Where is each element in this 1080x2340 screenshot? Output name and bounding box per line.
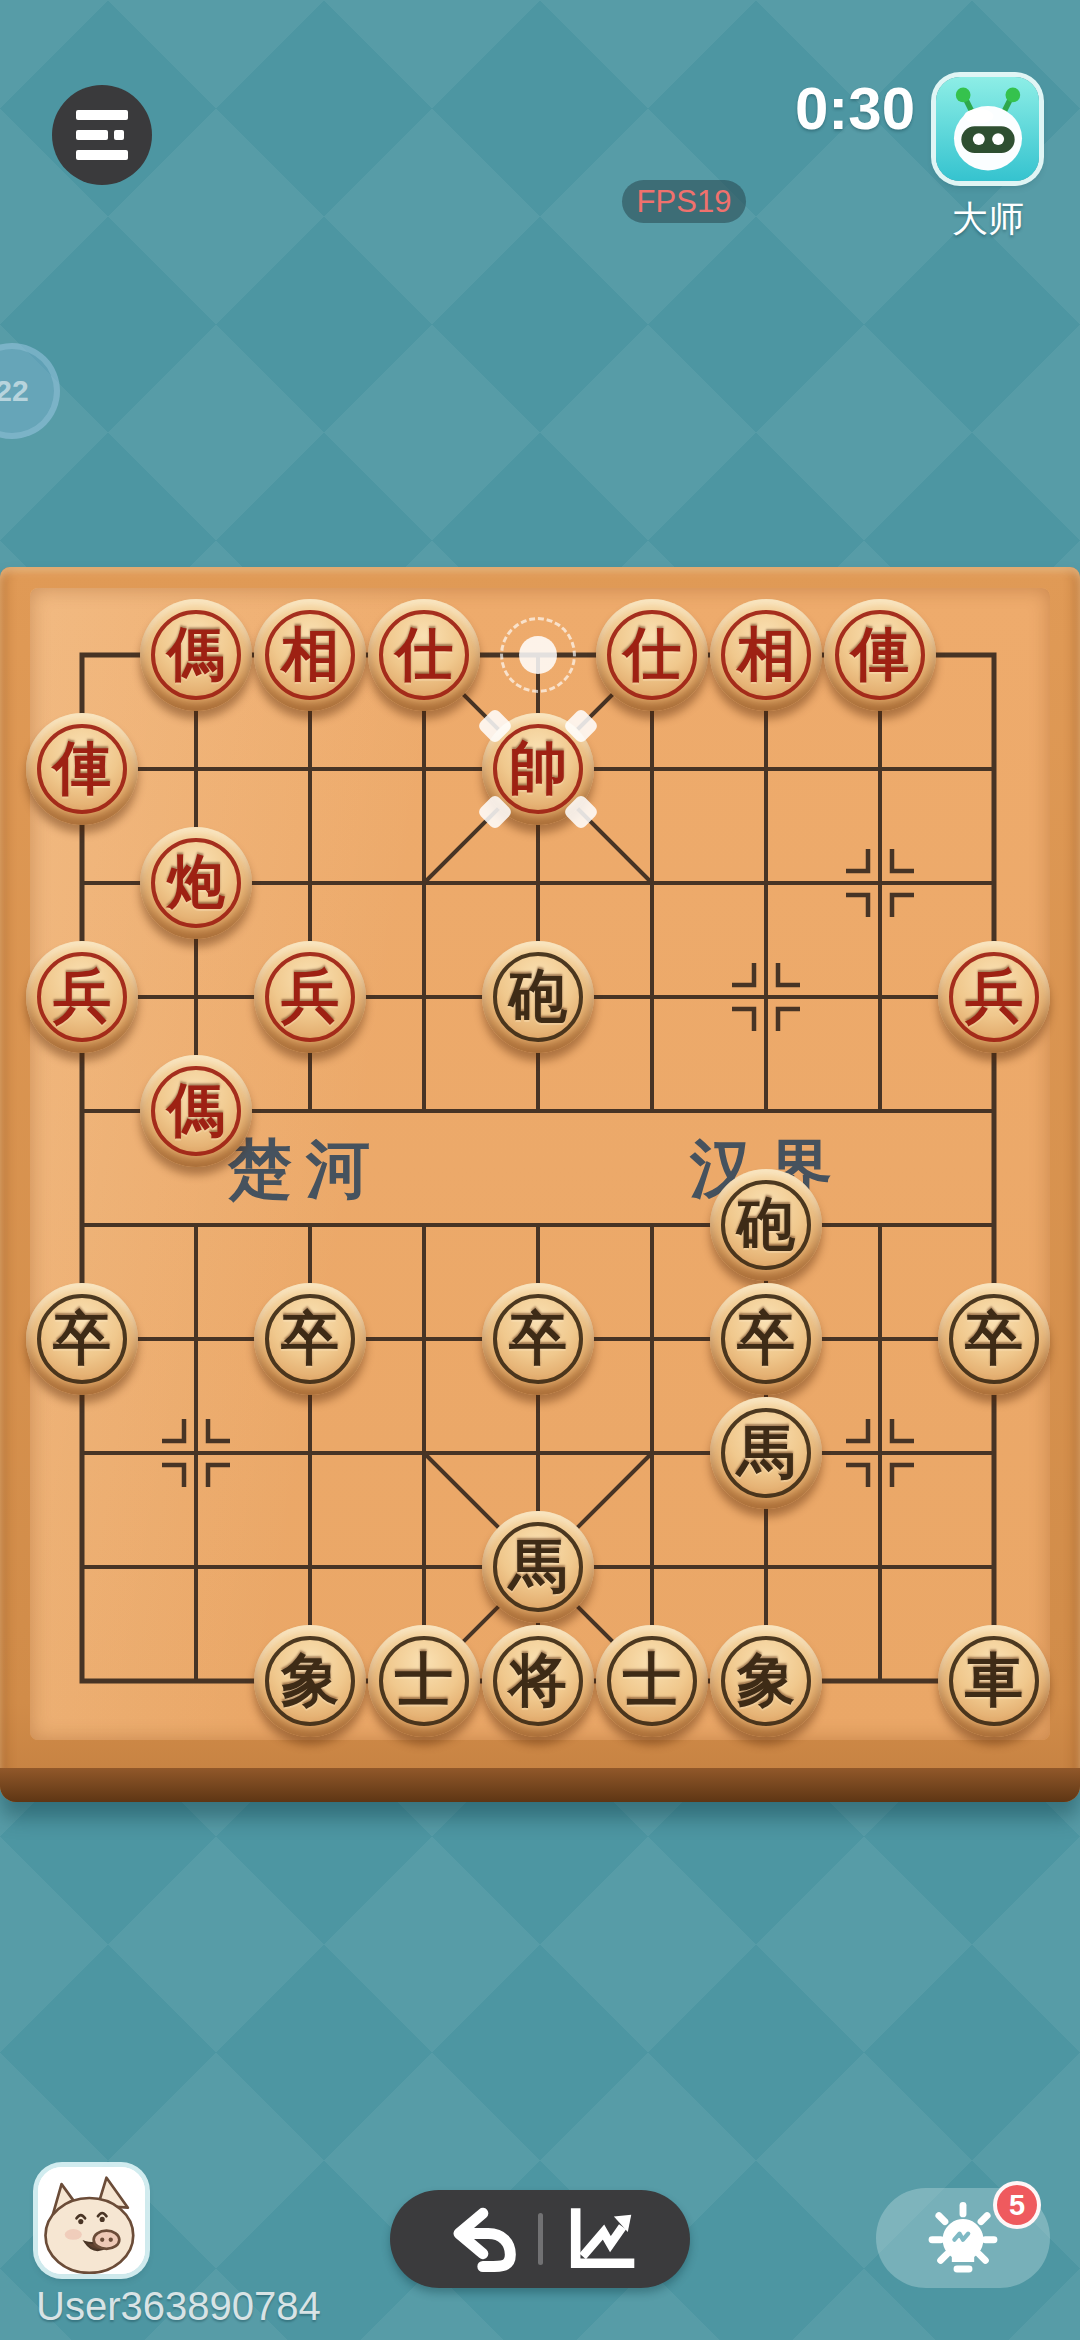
piece-character: 卒	[965, 1310, 1023, 1368]
piece-red-炮[interactable]: 炮	[140, 827, 252, 939]
piece-red-兵[interactable]: 兵	[938, 941, 1050, 1053]
piece-character: 相	[737, 626, 795, 684]
piece-character: 相	[281, 626, 339, 684]
piece-red-相[interactable]: 相	[254, 599, 366, 711]
hint-count-badge: 5	[993, 2181, 1041, 2229]
piece-character: 馬	[737, 1424, 795, 1482]
game-screen: { "game": "xiangqi", "orientation": "red…	[0, 0, 1080, 2340]
opponent-avatar[interactable]	[936, 77, 1039, 181]
point-marker	[892, 1465, 914, 1487]
piece-black-象[interactable]: 象	[254, 1625, 366, 1737]
bottom-action-bar	[390, 2190, 690, 2288]
review-button[interactable]	[565, 2206, 635, 2272]
piece-red-傌[interactable]: 傌	[140, 1055, 252, 1167]
piece-red-帥[interactable]: 帥	[482, 713, 594, 825]
piece-black-馬[interactable]: 馬	[482, 1511, 594, 1623]
fps-text: FPS19	[637, 184, 732, 220]
piece-character: 卒	[53, 1310, 111, 1368]
point-marker	[732, 963, 754, 985]
point-marker	[162, 1419, 184, 1441]
point-marker	[208, 1465, 230, 1487]
piece-black-卒[interactable]: 卒	[938, 1283, 1050, 1395]
piece-character: 兵	[53, 968, 111, 1026]
piece-character: 傌	[167, 626, 225, 684]
piece-character: 仕	[395, 626, 453, 684]
piece-red-俥[interactable]: 俥	[824, 599, 936, 711]
point-marker	[778, 963, 800, 985]
piece-black-砲[interactable]: 砲	[482, 941, 594, 1053]
piece-character: 兵	[281, 968, 339, 1026]
piece-red-傌[interactable]: 傌	[140, 599, 252, 711]
piece-black-卒[interactable]: 卒	[482, 1283, 594, 1395]
player-username: User363890784	[36, 2284, 436, 2329]
piece-black-将[interactable]: 将	[482, 1625, 594, 1737]
piece-red-兵[interactable]: 兵	[26, 941, 138, 1053]
piece-character: 仕	[623, 626, 681, 684]
piece-red-兵[interactable]: 兵	[254, 941, 366, 1053]
piece-character: 将	[509, 1652, 567, 1710]
piece-black-馬[interactable]: 馬	[710, 1397, 822, 1509]
piece-character: 馬	[509, 1538, 567, 1596]
piece-character: 象	[737, 1652, 795, 1710]
piece-character: 卒	[509, 1310, 567, 1368]
piece-character: 炮	[167, 854, 225, 912]
point-marker	[162, 1465, 184, 1487]
piece-red-相[interactable]: 相	[710, 599, 822, 711]
point-marker	[892, 895, 914, 917]
hint-count: 5	[1009, 2189, 1025, 2222]
river-label-left: 楚河	[227, 1134, 384, 1205]
piece-character: 帥	[509, 740, 567, 798]
point-marker	[732, 1009, 754, 1031]
menu-button[interactable]	[52, 85, 152, 185]
piece-red-俥[interactable]: 俥	[26, 713, 138, 825]
last-move-origin-marker	[500, 617, 576, 693]
piece-character: 俥	[851, 626, 909, 684]
point-marker	[208, 1419, 230, 1441]
point-marker	[846, 895, 868, 917]
piece-character: 象	[281, 1652, 339, 1710]
piece-black-士[interactable]: 士	[596, 1625, 708, 1737]
side-badge-count: 22	[0, 374, 29, 408]
piece-black-車[interactable]: 車	[938, 1625, 1050, 1737]
piece-red-仕[interactable]: 仕	[596, 599, 708, 711]
piece-character: 卒	[281, 1310, 339, 1368]
fps-indicator: FPS19	[622, 180, 746, 223]
piece-character: 傌	[167, 1082, 225, 1140]
point-marker	[846, 849, 868, 871]
point-marker	[892, 1419, 914, 1441]
piece-black-象[interactable]: 象	[710, 1625, 822, 1737]
piece-character: 士	[395, 1652, 453, 1710]
piece-character: 俥	[53, 740, 111, 798]
piece-black-卒[interactable]: 卒	[26, 1283, 138, 1395]
piece-character: 車	[965, 1652, 1023, 1710]
piece-black-卒[interactable]: 卒	[254, 1283, 366, 1395]
piece-character: 兵	[965, 968, 1023, 1026]
player-avatar[interactable]	[38, 2167, 145, 2274]
game-timer: 0:30	[780, 74, 930, 143]
point-marker	[892, 849, 914, 871]
piece-character: 砲	[737, 1196, 795, 1254]
piece-character: 士	[623, 1652, 681, 1710]
side-badge[interactable]: 22	[0, 343, 60, 439]
action-bar-divider	[538, 2213, 543, 2265]
robot-icon	[942, 83, 1034, 175]
undo-button[interactable]	[446, 2206, 516, 2272]
point-marker	[846, 1465, 868, 1487]
last-move-origin-dot	[519, 636, 557, 674]
piece-black-砲[interactable]: 砲	[710, 1169, 822, 1281]
piece-character: 砲	[509, 968, 567, 1026]
piece-black-士[interactable]: 士	[368, 1625, 480, 1737]
opponent-name: 大师	[920, 195, 1056, 244]
pig-avatar-image	[38, 2167, 145, 2274]
piece-black-卒[interactable]: 卒	[710, 1283, 822, 1395]
piece-red-仕[interactable]: 仕	[368, 599, 480, 711]
point-marker	[846, 1419, 868, 1441]
point-marker	[778, 1009, 800, 1031]
piece-character: 卒	[737, 1310, 795, 1368]
